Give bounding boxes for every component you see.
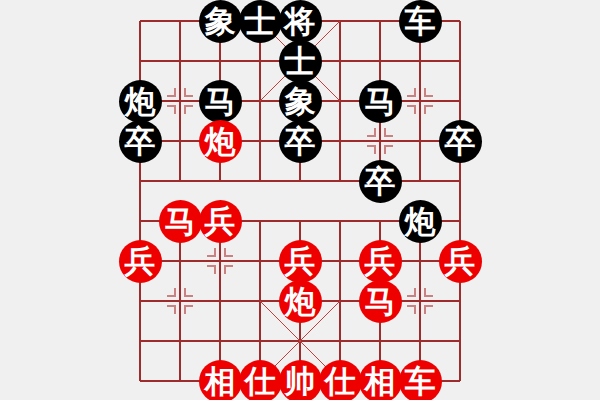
piece-red-general[interactable]: 帅	[279, 360, 322, 400]
point-marker	[407, 288, 433, 314]
piece-red-horse[interactable]: 马	[159, 200, 202, 243]
piece-black-horse[interactable]: 马	[359, 80, 402, 123]
piece-red-soldier[interactable]: 兵	[439, 240, 482, 283]
piece-red-cannon[interactable]: 炮	[279, 280, 322, 323]
piece-black-chariot[interactable]: 车	[399, 0, 442, 43]
point-marker	[207, 248, 233, 274]
point-marker	[167, 88, 193, 114]
piece-black-cannon[interactable]: 炮	[399, 200, 442, 243]
piece-black-advisor[interactable]: 士	[279, 40, 322, 83]
piece-red-soldier[interactable]: 兵	[359, 240, 402, 283]
piece-black-soldier[interactable]: 卒	[279, 120, 322, 163]
xiangqi-board-screenshot: 象士将车士炮马象马卒炮卒卒卒马兵炮兵兵兵兵炮马相仕帅仕相车	[0, 0, 600, 400]
piece-red-horse[interactable]: 马	[359, 280, 402, 323]
piece-red-advisor[interactable]: 仕	[239, 360, 282, 400]
piece-black-elephant[interactable]: 象	[199, 0, 242, 43]
piece-red-chariot[interactable]: 车	[399, 360, 442, 400]
point-marker	[407, 88, 433, 114]
xiangqi-board: 象士将车士炮马象马卒炮卒卒卒马兵炮兵兵兵兵炮马相仕帅仕相车	[120, 1, 480, 400]
piece-red-elephant[interactable]: 相	[359, 360, 402, 400]
piece-red-advisor[interactable]: 仕	[319, 360, 362, 400]
piece-black-soldier[interactable]: 卒	[359, 160, 402, 203]
point-marker	[167, 288, 193, 314]
piece-red-elephant[interactable]: 相	[199, 360, 242, 400]
piece-black-cannon[interactable]: 炮	[119, 80, 162, 123]
piece-red-soldier[interactable]: 兵	[199, 200, 242, 243]
point-marker	[367, 128, 393, 154]
piece-red-soldier[interactable]: 兵	[279, 240, 322, 283]
piece-black-advisor[interactable]: 士	[239, 0, 282, 43]
piece-red-cannon[interactable]: 炮	[199, 120, 242, 163]
piece-red-soldier[interactable]: 兵	[119, 240, 162, 283]
piece-black-general[interactable]: 将	[279, 0, 322, 43]
piece-black-horse[interactable]: 马	[199, 80, 242, 123]
piece-black-elephant[interactable]: 象	[279, 80, 322, 123]
piece-black-soldier[interactable]: 卒	[439, 120, 482, 163]
piece-black-soldier[interactable]: 卒	[119, 120, 162, 163]
